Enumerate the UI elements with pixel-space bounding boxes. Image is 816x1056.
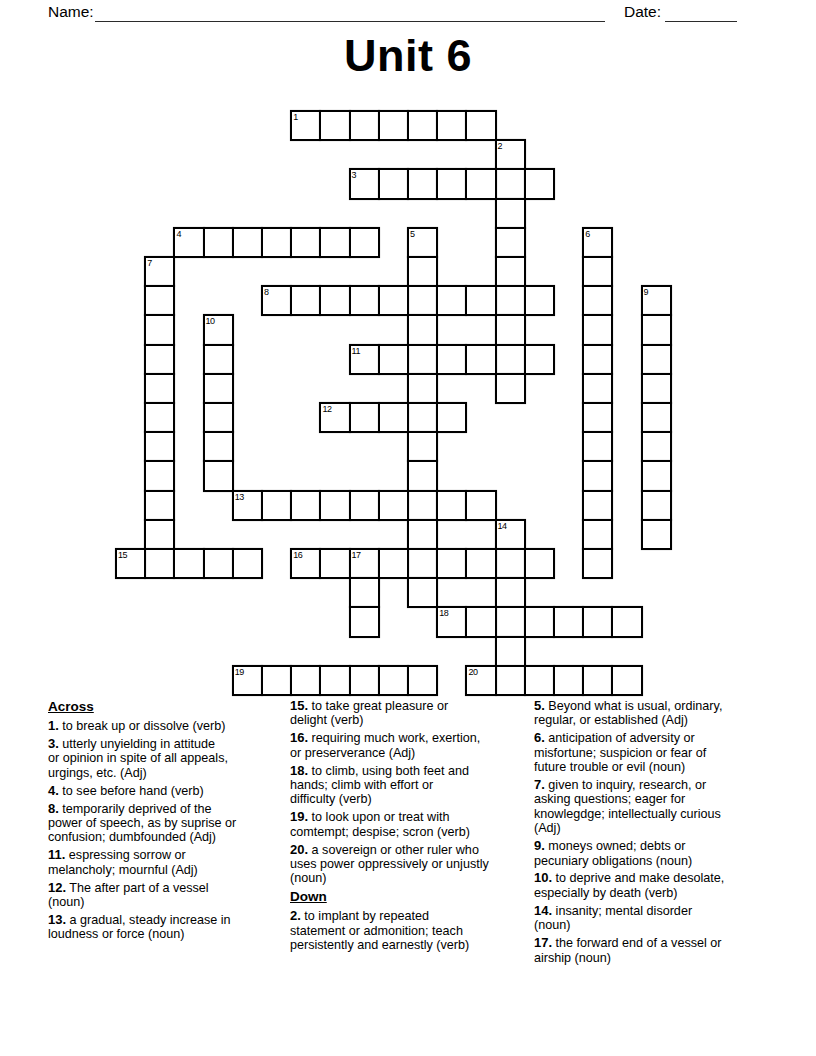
grid-cell-r17c12[interactable] (465, 606, 496, 637)
cell-number-6: 6 (585, 229, 590, 239)
grid-cell-r11c10[interactable] (407, 431, 438, 462)
clue-number: 18. (290, 763, 308, 778)
grid-cell-r7c1[interactable] (144, 314, 175, 345)
clue-across-11: 11. espressing sorrow or melancholy; mou… (48, 848, 293, 877)
date-input-line[interactable] (665, 2, 737, 22)
grid-cell-r6c6[interactable] (290, 285, 321, 316)
name-input-line[interactable] (95, 2, 605, 22)
clue-text: to look upon or treat with comtempt; des… (290, 810, 470, 838)
grid-cell-r15c10[interactable] (407, 548, 438, 579)
clue-text: a sovereign or other ruler who uses powe… (290, 843, 489, 886)
grid-cell-r5c10[interactable] (407, 256, 438, 287)
cell-number-14: 14 (498, 521, 507, 531)
clue-number: 5. (534, 698, 545, 713)
clue-down-6: 6. anticipation of adversity or misfortu… (534, 731, 779, 774)
grid-cell-r10c10[interactable] (407, 402, 438, 433)
clue-across-1: 1. to break up or dissolve (verb) (48, 719, 293, 733)
clue-column-2: 15. to take great pleasure or delight (v… (290, 699, 535, 956)
grid-cell-r4c10[interactable]: 5 (407, 227, 438, 258)
grid-cell-r19c4[interactable]: 19 (232, 665, 263, 696)
grid-cell-r8c11[interactable] (436, 344, 467, 375)
grid-cell-r8c16[interactable] (582, 344, 613, 375)
grid-cell-r6c14[interactable] (524, 285, 555, 316)
clue-text: to deprive and make desolate, especially… (534, 871, 724, 899)
grid-cell-r4c2[interactable]: 4 (173, 227, 204, 258)
grid-cell-r15c7[interactable] (319, 548, 350, 579)
clue-across-13: 13. a gradual, steady increase in loudne… (48, 913, 293, 942)
grid-cell-r10c1[interactable] (144, 402, 175, 433)
grid-cell-r12c10[interactable] (407, 460, 438, 491)
grid-cell-r2c14[interactable] (524, 168, 555, 199)
grid-cell-r14c13[interactable]: 14 (495, 519, 526, 550)
grid-cell-r1c13[interactable]: 2 (495, 139, 526, 170)
grid-cell-r19c8[interactable] (349, 665, 380, 696)
clue-number: 2. (290, 908, 301, 923)
grid-cell-r2c8[interactable]: 3 (349, 168, 380, 199)
clue-text: to climb, using both feet and hands; cli… (290, 764, 469, 807)
grid-cell-r16c8[interactable] (349, 577, 380, 608)
clue-down-5: 5. Beyond what is usual, ordinary, regul… (534, 699, 779, 728)
grid-cell-r13c9[interactable] (378, 490, 409, 521)
grid-cell-r7c3[interactable]: 10 (203, 314, 234, 345)
grid-cell-r9c3[interactable] (203, 373, 234, 404)
grid-cell-r6c7[interactable] (319, 285, 350, 316)
down-header: Down (290, 889, 535, 904)
grid-cell-r16c10[interactable] (407, 577, 438, 608)
clue-text: to implant by repeated statement or admo… (290, 909, 469, 952)
grid-cell-r17c14[interactable] (524, 606, 555, 637)
clue-across-3: 3. utterly unyielding in attitude or opi… (48, 737, 293, 780)
grid-cell-r8c18[interactable] (641, 344, 672, 375)
grid-cell-r4c5[interactable] (261, 227, 292, 258)
clue-number: 4. (48, 783, 59, 798)
grid-cell-r15c2[interactable] (173, 548, 204, 579)
clue-across-4: 4. to see before hand (verb) (48, 784, 293, 798)
clue-text: insanity; mental disorder (noun) (534, 904, 692, 932)
grid-cell-r17c17[interactable] (611, 606, 642, 637)
cell-number-3: 3 (352, 170, 357, 180)
clue-text: utterly unyielding in attitude or opinio… (48, 737, 228, 780)
cell-number-7: 7 (147, 258, 152, 268)
grid-cell-r13c7[interactable] (319, 490, 350, 521)
clue-number: 11. (48, 847, 65, 862)
grid-cell-r15c11[interactable] (436, 548, 467, 579)
grid-cell-r0c9[interactable] (378, 110, 409, 141)
grid-cell-r0c11[interactable] (436, 110, 467, 141)
grid-cell-r6c9[interactable] (378, 285, 409, 316)
clue-down-14: 14. insanity; mental disorder (noun) (534, 904, 779, 933)
clue-number: 12. (48, 880, 66, 895)
grid-cell-r6c16[interactable] (582, 285, 613, 316)
grid-cell-r4c3[interactable] (203, 227, 234, 258)
clue-number: 7. (534, 777, 545, 792)
across-header: Across (48, 699, 293, 714)
grid-cell-r10c9[interactable] (378, 402, 409, 433)
clue-number: 9. (534, 838, 545, 853)
clue-down-17: 17. the forward end of a vessel or airsh… (534, 936, 779, 965)
cell-number-2: 2 (498, 141, 503, 151)
grid-cell-r19c7[interactable] (319, 665, 350, 696)
grid-cell-r6c10[interactable] (407, 285, 438, 316)
cell-number-8: 8 (264, 287, 269, 297)
grid-cell-r10c16[interactable] (582, 402, 613, 433)
grid-cell-r10c7[interactable]: 12 (319, 402, 350, 433)
grid-cell-r13c10[interactable] (407, 490, 438, 521)
grid-cell-r13c5[interactable] (261, 490, 292, 521)
grid-cell-r8c10[interactable] (407, 344, 438, 375)
clue-column-3: 5. Beyond what is usual, ordinary, regul… (534, 699, 779, 968)
clue-number: 6. (534, 730, 545, 745)
grid-cell-r3c13[interactable] (495, 198, 526, 229)
grid-cell-r15c8[interactable]: 17 (349, 548, 380, 579)
cell-number-1: 1 (293, 112, 298, 122)
grid-cell-r19c17[interactable] (611, 665, 642, 696)
clue-number: 8. (48, 801, 59, 816)
clue-number: 10. (534, 870, 552, 885)
grid-cell-r4c4[interactable] (232, 227, 263, 258)
grid-cell-r15c1[interactable] (144, 548, 175, 579)
grid-cell-r10c18[interactable] (641, 402, 672, 433)
clue-across-15: 15. to take great pleasure or delight (v… (290, 699, 535, 728)
clue-text: to see before hand (verb) (62, 784, 203, 798)
grid-cell-r14c10[interactable] (407, 519, 438, 550)
grid-cell-r17c11[interactable]: 18 (436, 606, 467, 637)
clue-column-1: Across1. to break up or dissolve (verb)3… (48, 699, 293, 945)
cell-number-4: 4 (176, 229, 181, 239)
grid-cell-r4c13[interactable] (495, 227, 526, 258)
grid-cell-r6c11[interactable] (436, 285, 467, 316)
clue-number: 13. (48, 912, 66, 927)
clue-text: espressing sorrow or melancholy; mournfu… (48, 848, 198, 876)
grid-cell-r2c9[interactable] (378, 168, 409, 199)
clue-number: 3. (48, 736, 59, 751)
grid-cell-r15c4[interactable] (232, 548, 263, 579)
grid-cell-r9c18[interactable] (641, 373, 672, 404)
grid-cell-r15c13[interactable] (495, 548, 526, 579)
clue-text: requiring much work, exertion, or preser… (290, 731, 480, 759)
grid-cell-r19c5[interactable] (261, 665, 292, 696)
cell-number-18: 18 (439, 608, 448, 618)
cell-number-10: 10 (206, 316, 215, 326)
grid-cell-r0c6[interactable]: 1 (290, 110, 321, 141)
grid-cell-r14c18[interactable] (641, 519, 672, 550)
grid-cell-r10c11[interactable] (436, 402, 467, 433)
grid-cell-r9c16[interactable] (582, 373, 613, 404)
clue-number: 1. (48, 718, 59, 733)
grid-cell-r16c13[interactable] (495, 577, 526, 608)
clue-number: 14. (534, 903, 552, 918)
grid-cell-r7c16[interactable] (582, 314, 613, 345)
grid-cell-r2c12[interactable] (465, 168, 496, 199)
grid-cell-r9c13[interactable] (495, 373, 526, 404)
clue-number: 16. (290, 730, 308, 745)
grid-cell-r13c6[interactable] (290, 490, 321, 521)
cell-number-19: 19 (235, 667, 244, 677)
clue-text: anticipation of adversity or misfortune;… (534, 731, 706, 774)
grid-cell-r19c10[interactable] (407, 665, 438, 696)
grid-cell-r11c16[interactable] (582, 431, 613, 462)
grid-cell-r7c18[interactable] (641, 314, 672, 345)
grid-cell-r4c8[interactable] (349, 227, 380, 258)
grid-cell-r5c16[interactable] (582, 256, 613, 287)
grid-cell-r11c3[interactable] (203, 431, 234, 462)
grid-cell-r0c8[interactable] (349, 110, 380, 141)
grid-cell-r10c3[interactable] (203, 402, 234, 433)
grid-cell-r8c8[interactable]: 11 (349, 344, 380, 375)
grid-cell-r0c10[interactable] (407, 110, 438, 141)
grid-cell-r15c16[interactable] (582, 548, 613, 579)
grid-cell-r6c18[interactable]: 9 (641, 285, 672, 316)
grid-cell-r8c9[interactable] (378, 344, 409, 375)
grid-cell-r12c16[interactable] (582, 460, 613, 491)
grid-cell-r6c13[interactable] (495, 285, 526, 316)
clue-across-8: 8. temporarily deprived of the power of … (48, 802, 293, 845)
clue-number: 20. (290, 842, 308, 857)
grid-cell-r2c10[interactable] (407, 168, 438, 199)
grid-cell-r15c6[interactable]: 16 (290, 548, 321, 579)
cell-number-17: 17 (352, 550, 361, 560)
grid-cell-r2c13[interactable] (495, 168, 526, 199)
grid-cell-r19c16[interactable] (582, 665, 613, 696)
grid-cell-r9c10[interactable] (407, 373, 438, 404)
grid-cell-r13c11[interactable] (436, 490, 467, 521)
grid-cell-r19c15[interactable] (553, 665, 584, 696)
clue-across-20: 20. a sovereign or other ruler who uses … (290, 843, 535, 886)
cell-number-12: 12 (322, 404, 331, 414)
grid-cell-r15c9[interactable] (378, 548, 409, 579)
grid-cell-r7c10[interactable] (407, 314, 438, 345)
grid-cell-r5c1[interactable]: 7 (144, 256, 175, 287)
clue-text: to break up or dissolve (verb) (62, 719, 225, 733)
cell-number-16: 16 (293, 550, 302, 560)
clue-number: 19. (290, 809, 308, 824)
grid-cell-r13c12[interactable] (465, 490, 496, 521)
grid-cell-r12c18[interactable] (641, 460, 672, 491)
grid-cell-r0c7[interactable] (319, 110, 350, 141)
clue-number: 17. (534, 935, 552, 950)
cell-number-13: 13 (235, 492, 244, 502)
grid-cell-r6c5[interactable]: 8 (261, 285, 292, 316)
grid-cell-r9c1[interactable] (144, 373, 175, 404)
grid-cell-r5c13[interactable] (495, 256, 526, 287)
clue-down-2: 2. to implant by repeated statement or a… (290, 909, 535, 952)
clue-number: 15. (290, 698, 308, 713)
puzzle-title: Unit 6 (0, 30, 816, 82)
grid-cell-r8c1[interactable] (144, 344, 175, 375)
grid-cell-r18c13[interactable] (495, 636, 526, 667)
grid-cell-r17c13[interactable] (495, 606, 526, 637)
grid-cell-r13c16[interactable] (582, 490, 613, 521)
grid-cell-r8c3[interactable] (203, 344, 234, 375)
grid-cell-r8c14[interactable] (524, 344, 555, 375)
clue-across-16: 16. requiring much work, exertion, or pr… (290, 731, 535, 760)
clue-across-18: 18. to climb, using both feet and hands;… (290, 764, 535, 807)
cell-number-15: 15 (118, 550, 127, 560)
grid-cell-r14c16[interactable] (582, 519, 613, 550)
grid-cell-r13c1[interactable] (144, 490, 175, 521)
grid-cell-r15c14[interactable] (524, 548, 555, 579)
cell-number-20: 20 (468, 667, 477, 677)
grid-cell-r0c12[interactable] (465, 110, 496, 141)
grid-cell-r15c3[interactable] (203, 548, 234, 579)
grid-cell-r6c12[interactable] (465, 285, 496, 316)
grid-cell-r6c1[interactable] (144, 285, 175, 316)
grid-cell-r15c0[interactable]: 15 (115, 548, 146, 579)
grid-cell-r14c1[interactable] (144, 519, 175, 550)
grid-cell-r11c18[interactable] (641, 431, 672, 462)
cell-number-11: 11 (352, 346, 360, 356)
date-label: Date: (624, 3, 661, 21)
clue-text: moneys owned; debts or pecuniary obligat… (534, 839, 692, 867)
clue-text: The after part of a vessel (noun) (48, 881, 209, 909)
clue-down-10: 10. to deprive and make desolate, especi… (534, 871, 779, 900)
grid-cell-r13c18[interactable] (641, 490, 672, 521)
clue-down-9: 9. moneys owned; debts or pecuniary obli… (534, 839, 779, 868)
grid-cell-r12c1[interactable] (144, 460, 175, 491)
grid-cell-r4c16[interactable]: 6 (582, 227, 613, 258)
clue-text: the forward end of a vessel or airship (… (534, 936, 722, 964)
grid-cell-r17c15[interactable] (553, 606, 584, 637)
grid-cell-r19c13[interactable] (495, 665, 526, 696)
clue-text: given to inquiry, research, or asking qu… (534, 778, 721, 835)
grid-cell-r15c12[interactable] (465, 548, 496, 579)
grid-cell-r2c11[interactable] (436, 168, 467, 199)
grid-cell-r13c8[interactable] (349, 490, 380, 521)
grid-cell-r6c8[interactable] (349, 285, 380, 316)
grid-cell-r8c13[interactable] (495, 344, 526, 375)
clue-down-7: 7. given to inquiry, research, or asking… (534, 778, 779, 836)
grid-cell-r11c1[interactable] (144, 431, 175, 462)
clue-text: temporarily deprived of the power of spe… (48, 802, 236, 845)
grid-cell-r10c8[interactable] (349, 402, 380, 433)
grid-cell-r19c12[interactable]: 20 (465, 665, 496, 696)
grid-cell-r19c6[interactable] (290, 665, 321, 696)
grid-cell-r4c7[interactable] (319, 227, 350, 258)
grid-cell-r17c8[interactable] (349, 606, 380, 637)
cell-number-5: 5 (410, 229, 415, 239)
cell-number-9: 9 (644, 287, 649, 297)
grid-cell-r12c3[interactable] (203, 460, 234, 491)
grid-cell-r19c14[interactable] (524, 665, 555, 696)
grid-cell-r19c9[interactable] (378, 665, 409, 696)
clue-text: Beyond what is usual, ordinary, regular,… (534, 699, 722, 727)
grid-cell-r8c12[interactable] (465, 344, 496, 375)
clue-across-12: 12. The after part of a vessel (noun) (48, 881, 293, 910)
clue-across-19: 19. to look upon or treat with comtempt;… (290, 810, 535, 839)
grid-cell-r7c13[interactable] (495, 314, 526, 345)
clue-text: to take great pleasure or delight (verb) (290, 699, 448, 727)
name-label: Name: (48, 3, 94, 21)
grid-cell-r13c4[interactable]: 13 (232, 490, 263, 521)
grid-cell-r17c16[interactable] (582, 606, 613, 637)
grid-cell-r4c6[interactable] (290, 227, 321, 258)
clue-text: a gradual, steady increase in loudness o… (48, 913, 231, 941)
